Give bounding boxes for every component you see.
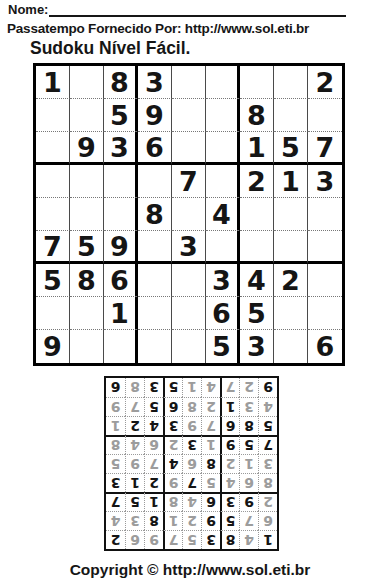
solution-cell-r5c5: 6 xyxy=(182,454,201,473)
puzzle-cell-r2c7: 8 xyxy=(240,99,274,132)
solution-cell-r4c6: 9 xyxy=(163,473,182,492)
solution-cell-r2c5: 2 xyxy=(182,511,201,530)
puzzle-cell-r8c1 xyxy=(36,297,70,330)
puzzle-cell-r9c4 xyxy=(138,330,172,363)
solution-cell-r7c3: 6 xyxy=(220,416,239,435)
puzzle-cell-r5c5 xyxy=(172,198,206,231)
solution-cell-r5c7: 7 xyxy=(144,454,163,473)
solution-cell-r1c2: 4 xyxy=(239,530,258,549)
puzzle-cell-r9c8 xyxy=(274,330,308,363)
puzzle-cell-r6c2: 5 xyxy=(70,231,104,264)
puzzle-cell-r7c9 xyxy=(308,264,342,297)
solution-cell-r8c3: 1 xyxy=(220,397,239,416)
solution-cell-r7c6: 3 xyxy=(163,416,182,435)
solution-cell-r2c7: 8 xyxy=(144,511,163,530)
solution-cell-r3c6: 8 xyxy=(163,492,182,511)
solution-cell-r7c5: 9 xyxy=(182,416,201,435)
puzzle-cell-r1c3: 8 xyxy=(104,66,138,99)
solution-cell-r9c4: 4 xyxy=(201,378,220,397)
puzzle-cell-r5c8 xyxy=(274,198,308,231)
solution-cell-r5c4: 8 xyxy=(201,454,220,473)
solution-cell-r8c1: 4 xyxy=(258,397,277,416)
puzzle-cell-r9c5 xyxy=(172,330,206,363)
solution-cell-r8c8: 7 xyxy=(125,397,144,416)
puzzle-cell-r1c6 xyxy=(206,66,240,99)
solution-cell-r1c1: 1 xyxy=(258,530,277,549)
solution-cell-r1c7: 9 xyxy=(144,530,163,549)
puzzle-cell-r2c5 xyxy=(172,99,206,132)
puzzle-cell-r7c3: 6 xyxy=(104,264,138,297)
puzzle-cell-r4c7: 2 xyxy=(240,165,274,198)
solution-cell-r2c3: 5 xyxy=(220,511,239,530)
solution-cell-r3c2: 9 xyxy=(239,492,258,511)
solution-cell-r2c8: 3 xyxy=(125,511,144,530)
puzzle-cell-r4c6 xyxy=(206,165,240,198)
name-row: Nome: xyxy=(8,2,346,17)
solution-cell-r4c7: 2 xyxy=(144,473,163,492)
solution-cell-r7c2: 8 xyxy=(239,416,258,435)
puzzle-cell-r8c3: 1 xyxy=(104,297,138,330)
solution-cell-r9c7: 3 xyxy=(144,378,163,397)
puzzle-cell-r9c1: 9 xyxy=(36,330,70,363)
solution-cell-r7c7: 4 xyxy=(144,416,163,435)
puzzle-cell-r7c6: 3 xyxy=(206,264,240,297)
solution-cell-r3c7: 1 xyxy=(144,492,163,511)
puzzle-cell-r5c6: 4 xyxy=(206,198,240,231)
puzzle-cell-r8c7: 5 xyxy=(240,297,274,330)
solution-cell-r3c9: 7 xyxy=(106,492,125,511)
solution-cell-r1c9: 2 xyxy=(106,530,125,549)
sudoku-worksheet-page: Nome: Passatempo Fornecido Por: http://w… xyxy=(0,0,380,585)
puzzle-cell-r9c9: 6 xyxy=(308,330,342,363)
solution-cell-r6c1: 7 xyxy=(258,435,277,454)
puzzle-cell-r8c5 xyxy=(172,297,206,330)
puzzle-cell-r6c8 xyxy=(274,231,308,264)
solution-cell-r9c8: 8 xyxy=(125,378,144,397)
puzzle-cell-r8c2 xyxy=(70,297,104,330)
solution-cell-r1c8: 6 xyxy=(125,530,144,549)
puzzle-cell-r3c1 xyxy=(36,132,70,165)
solution-cell-r4c4: 5 xyxy=(201,473,220,492)
puzzle-cell-r7c2: 8 xyxy=(70,264,104,297)
solution-cell-r4c8: 1 xyxy=(125,473,144,492)
puzzle-cell-r3c6 xyxy=(206,132,240,165)
puzzle-cell-r1c9: 2 xyxy=(308,66,342,99)
solution-cell-r7c4: 7 xyxy=(201,416,220,435)
solution-cell-r3c5: 4 xyxy=(182,492,201,511)
solution-cell-r9c3: 7 xyxy=(220,378,239,397)
name-label: Nome: xyxy=(8,2,48,17)
puzzle-cell-r6c5: 3 xyxy=(172,231,206,264)
solution-cell-r9c6: 5 xyxy=(163,378,182,397)
puzzle-cell-r6c6 xyxy=(206,231,240,264)
puzzle-cell-r2c3: 5 xyxy=(104,99,138,132)
solution-cell-r2c2: 7 xyxy=(239,511,258,530)
solution-cell-r8c5: 8 xyxy=(182,397,201,416)
puzzle-cell-r5c3 xyxy=(104,198,138,231)
puzzle-cell-r2c4: 9 xyxy=(138,99,172,132)
name-underline xyxy=(49,2,346,17)
copyright-text: Copyright © http://www.sol.eti.br xyxy=(0,561,380,579)
puzzle-cell-r6c7 xyxy=(240,231,274,264)
solution-cell-r7c1: 5 xyxy=(258,416,277,435)
puzzle-cell-r1c4: 3 xyxy=(138,66,172,99)
puzzle-cell-r4c8: 1 xyxy=(274,165,308,198)
puzzle-cell-r1c1: 1 xyxy=(36,66,70,99)
solution-cell-r6c6: 2 xyxy=(163,435,182,454)
puzzle-cell-r8c6: 6 xyxy=(206,297,240,330)
puzzle-cell-r2c1 xyxy=(36,99,70,132)
puzzle-cell-r9c7: 3 xyxy=(240,330,274,363)
solution-cell-r6c2: 5 xyxy=(239,435,258,454)
solution-cell-r5c1: 3 xyxy=(258,454,277,473)
solution-cell-r9c2: 2 xyxy=(239,378,258,397)
solution-cell-r7c8: 2 xyxy=(125,416,144,435)
solution-cell-r5c6: 4 xyxy=(163,454,182,473)
solution-cell-r5c2: 1 xyxy=(239,454,258,473)
sudoku-board: 183259893615772138475935863421659536 xyxy=(33,63,345,366)
puzzle-cell-r7c1: 5 xyxy=(36,264,70,297)
solution-cell-r8c2: 3 xyxy=(239,397,258,416)
puzzle-cell-r6c9 xyxy=(308,231,342,264)
puzzle-cell-r2c9 xyxy=(308,99,342,132)
puzzle-cell-r3c7: 1 xyxy=(240,132,274,165)
page-title: Sudoku Nível Fácil. xyxy=(30,38,190,59)
solution-board-rotated: 1483579626759218342936481578645792133128… xyxy=(104,376,279,551)
solution-cell-r5c9: 5 xyxy=(106,454,125,473)
solution-cell-r4c3: 4 xyxy=(220,473,239,492)
puzzle-cell-r4c1 xyxy=(36,165,70,198)
solution-cell-r3c3: 3 xyxy=(220,492,239,511)
puzzle-cell-r4c4 xyxy=(138,165,172,198)
solution-cell-r3c4: 6 xyxy=(201,492,220,511)
solution-cell-r1c5: 5 xyxy=(182,530,201,549)
puzzle-cell-r5c2 xyxy=(70,198,104,231)
puzzle-cell-r7c4 xyxy=(138,264,172,297)
solution-cell-r9c5: 1 xyxy=(182,378,201,397)
puzzle-cell-r4c9: 3 xyxy=(308,165,342,198)
solution-cell-r2c9: 4 xyxy=(106,511,125,530)
solution-cell-r6c5: 3 xyxy=(182,435,201,454)
puzzle-cell-r1c8 xyxy=(274,66,308,99)
puzzle-cell-r1c5 xyxy=(172,66,206,99)
puzzle-cell-r8c8 xyxy=(274,297,308,330)
solution-cell-r9c9: 6 xyxy=(106,378,125,397)
solution-cell-r4c9: 3 xyxy=(106,473,125,492)
solution-cell-r8c6: 6 xyxy=(163,397,182,416)
solution-cell-r5c3: 2 xyxy=(220,454,239,473)
solution-cell-r3c1: 2 xyxy=(258,492,277,511)
solution-cell-r8c9: 9 xyxy=(106,397,125,416)
puzzle-cell-r6c1: 7 xyxy=(36,231,70,264)
solution-cell-r7c9: 1 xyxy=(106,416,125,435)
solution-cell-r2c6: 1 xyxy=(163,511,182,530)
solution-cell-r1c6: 7 xyxy=(163,530,182,549)
puzzle-cell-r8c9 xyxy=(308,297,342,330)
puzzle-cell-r7c8: 2 xyxy=(274,264,308,297)
puzzle-cell-r2c6 xyxy=(206,99,240,132)
puzzle-cell-r2c8 xyxy=(274,99,308,132)
puzzle-cell-r3c5 xyxy=(172,132,206,165)
solution-cell-r4c2: 6 xyxy=(239,473,258,492)
solution-cell-r1c4: 3 xyxy=(201,530,220,549)
puzzle-cell-r8c4 xyxy=(138,297,172,330)
solution-cell-r6c9: 8 xyxy=(106,435,125,454)
solution-cell-r2c4: 9 xyxy=(201,511,220,530)
solution-cell-r8c4: 2 xyxy=(201,397,220,416)
solution-cell-r6c3: 9 xyxy=(220,435,239,454)
solution-cell-r6c4: 1 xyxy=(201,435,220,454)
puzzle-cell-r3c8: 5 xyxy=(274,132,308,165)
puzzle-cell-r9c6: 5 xyxy=(206,330,240,363)
solution-cell-r6c8: 4 xyxy=(125,435,144,454)
puzzle-cell-r4c2 xyxy=(70,165,104,198)
puzzle-cell-r3c4: 6 xyxy=(138,132,172,165)
puzzle-cell-r2c2 xyxy=(70,99,104,132)
provider-line: Passatempo Fornecido Por: http://www.sol… xyxy=(7,21,309,36)
puzzle-cell-r4c3 xyxy=(104,165,138,198)
puzzle-cell-r3c3: 3 xyxy=(104,132,138,165)
solution-cell-r6c7: 6 xyxy=(144,435,163,454)
puzzle-cell-r5c4: 8 xyxy=(138,198,172,231)
solution-cell-r2c1: 6 xyxy=(258,511,277,530)
solution-cell-r9c1: 9 xyxy=(258,378,277,397)
puzzle-cell-r4c5: 7 xyxy=(172,165,206,198)
solution-cell-r4c5: 7 xyxy=(182,473,201,492)
puzzle-cell-r6c3: 9 xyxy=(104,231,138,264)
solution-cell-r5c8: 9 xyxy=(125,454,144,473)
puzzle-cell-r7c5 xyxy=(172,264,206,297)
puzzle-cell-r1c2 xyxy=(70,66,104,99)
puzzle-cell-r7c7: 4 xyxy=(240,264,274,297)
solution-cell-r1c3: 8 xyxy=(220,530,239,549)
puzzle-cell-r3c2: 9 xyxy=(70,132,104,165)
puzzle-cell-r5c9 xyxy=(308,198,342,231)
puzzle-cell-r6c4 xyxy=(138,231,172,264)
puzzle-cell-r1c7 xyxy=(240,66,274,99)
puzzle-cell-r5c7 xyxy=(240,198,274,231)
puzzle-cell-r9c3 xyxy=(104,330,138,363)
solution-cell-r3c8: 5 xyxy=(125,492,144,511)
puzzle-cell-r3c9: 7 xyxy=(308,132,342,165)
puzzle-cell-r5c1 xyxy=(36,198,70,231)
solution-cell-r4c1: 8 xyxy=(258,473,277,492)
puzzle-cell-r9c2 xyxy=(70,330,104,363)
solution-cell-r8c7: 5 xyxy=(144,397,163,416)
